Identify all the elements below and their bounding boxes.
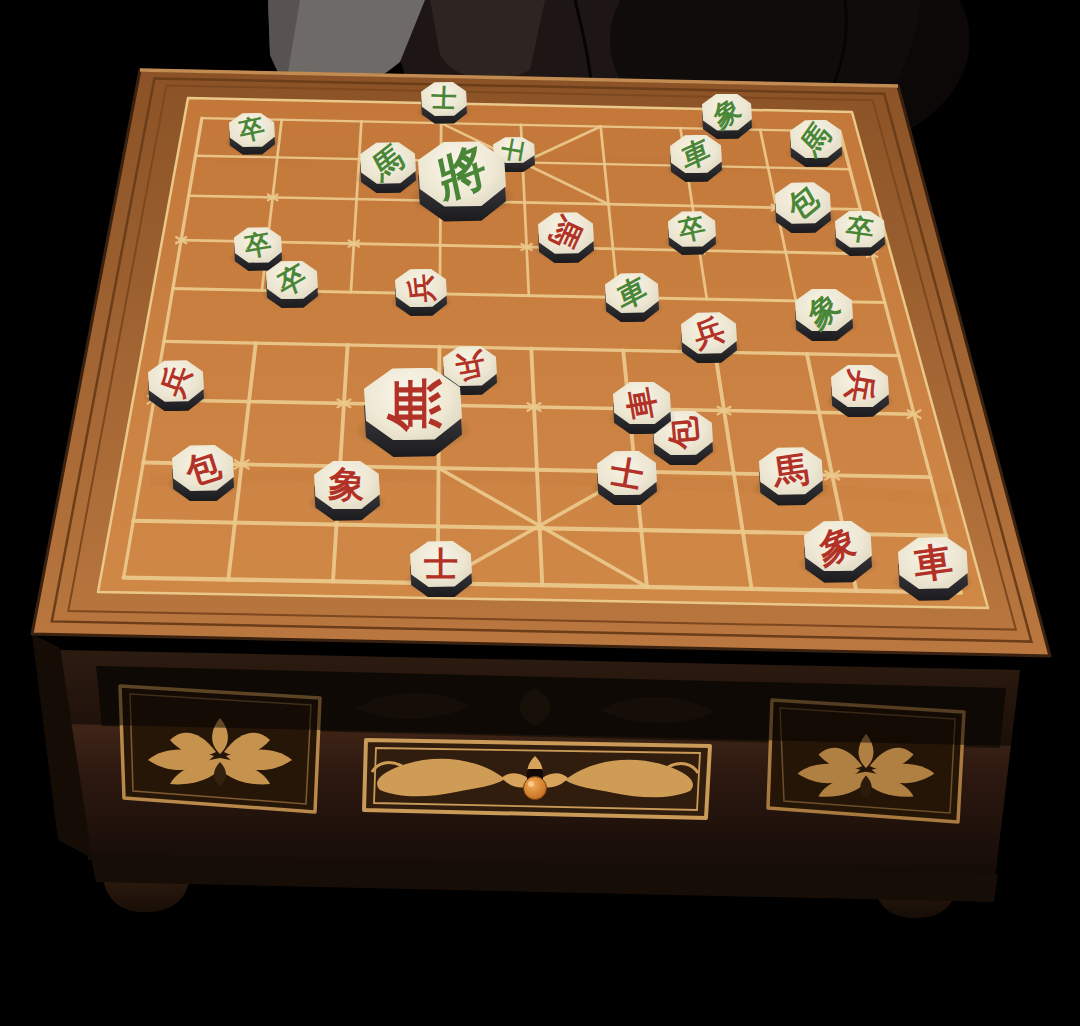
piece-character: 馬 xyxy=(756,443,826,499)
piece-red-chariot-2[interactable]: 車 xyxy=(898,537,968,601)
piece-black-soldier-2[interactable]: 卒 xyxy=(668,211,716,255)
table-base xyxy=(32,634,1022,928)
piece-black-elephant-2[interactable]: 象 xyxy=(795,289,853,342)
piece-black-soldier-1[interactable]: 卒 xyxy=(229,113,275,155)
piece-red-elephant-2[interactable]: 象 xyxy=(804,521,872,583)
piece-character: 象 xyxy=(312,458,381,511)
piece-black-horse-1[interactable]: 馬 xyxy=(790,120,842,167)
piece-red-soldier-2[interactable]: 兵 xyxy=(681,312,737,363)
piece-red-horse-2[interactable]: 馬 xyxy=(759,447,823,505)
piece-black-general-1[interactable]: 將 xyxy=(418,141,506,221)
xiangqi-table-scene: 士象卒馬士車馬將包卒卒馬卒卒兵車象兵兵兵兵無包車包馬士象象車士 xyxy=(0,0,1080,1026)
piece-black-soldier-5[interactable]: 卒 xyxy=(266,261,318,308)
piece-red-soldier-1[interactable]: 兵 xyxy=(395,269,447,316)
piece-black-horse-2[interactable]: 馬 xyxy=(360,142,416,193)
piece-red-chariot-1[interactable]: 車 xyxy=(613,382,671,435)
piece-character: 無 xyxy=(377,355,450,453)
piece-character: 士 xyxy=(410,541,472,587)
piece-black-advisor-1[interactable]: 士 xyxy=(421,82,467,124)
board-and-table-graphic xyxy=(0,0,1080,1026)
piece-red-cannon-2[interactable]: 包 xyxy=(172,445,234,501)
piece-red-soldier-4[interactable]: 兵 xyxy=(148,360,204,411)
piece-red-general-1[interactable]: 無 xyxy=(364,368,462,457)
piece-black-chariot-2[interactable]: 車 xyxy=(605,273,659,322)
piece-character: 車 xyxy=(895,532,972,593)
piece-red-elephant-1[interactable]: 象 xyxy=(314,461,380,521)
piece-red-horse-1[interactable]: 馬 xyxy=(538,212,594,263)
piece-character: 士 xyxy=(420,81,467,117)
piece-black-chariot-1[interactable]: 車 xyxy=(670,135,722,182)
piece-character: 兵 xyxy=(400,260,443,315)
piece-red-advisor-2[interactable]: 士 xyxy=(410,541,472,597)
piece-character: 卒 xyxy=(833,207,888,251)
drawer[interactable] xyxy=(364,740,710,818)
drawer-knob[interactable] xyxy=(524,777,547,800)
piece-red-advisor-1[interactable]: 士 xyxy=(597,451,657,506)
piece-red-soldier-5[interactable]: 兵 xyxy=(831,365,889,418)
piece-black-cannon-1[interactable]: 包 xyxy=(775,182,831,233)
piece-black-soldier-3[interactable]: 卒 xyxy=(835,211,885,257)
